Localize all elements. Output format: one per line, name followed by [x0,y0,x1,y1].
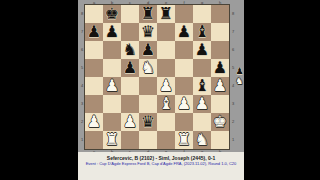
file-label-top-d: d [139,0,157,5]
event-line: Event : Cup D'Agde Express Ford B, Cap d… [78,161,244,166]
rank-label-left-3: 3 [79,95,85,113]
black-queen: ♛ [141,113,155,131]
square-e4[interactable]: ♟ [157,77,175,95]
black-pawn: ♟ [177,23,191,41]
rank-label-right-8: 8 [230,5,236,23]
square-a4[interactable] [85,77,103,95]
square-e1[interactable] [157,131,175,149]
square-c2[interactable]: ♟ [121,113,139,131]
black-pawn: ♟ [87,23,101,41]
white-pawn: ♟ [105,77,119,95]
square-b3[interactable] [103,95,121,113]
black-rook: ♜ [141,5,155,23]
square-h6[interactable] [211,41,229,59]
square-e8[interactable]: ♜ [157,5,175,23]
square-g8[interactable] [193,5,211,23]
white-knight: ♞ [195,131,209,149]
square-h7[interactable] [211,23,229,41]
square-g6[interactable]: ♟ [193,41,211,59]
square-h1[interactable] [211,131,229,149]
square-g7[interactable]: ♝ [193,23,211,41]
rank-label-left-6: 6 [79,41,85,59]
square-d7[interactable]: ♛ [139,23,157,41]
square-d1[interactable] [139,131,157,149]
square-b6[interactable] [103,41,121,59]
black-pawn: ♟ [195,41,209,59]
square-c3[interactable] [121,95,139,113]
black-pawn: ♟ [141,41,155,59]
square-e6[interactable] [157,41,175,59]
square-f2[interactable] [175,113,193,131]
square-f5[interactable] [175,59,193,77]
rank-label-right-3: 3 [230,95,236,113]
square-a1[interactable] [85,131,103,149]
square-d3[interactable] [139,95,157,113]
square-a5[interactable] [85,59,103,77]
square-g5[interactable] [193,59,211,77]
square-h5[interactable]: ♟ [211,59,229,77]
file-label-top-b: b [103,0,121,5]
square-h3[interactable] [211,95,229,113]
rank-label-left-4: 4 [79,77,85,95]
square-f1[interactable]: ♜ [175,131,193,149]
black-queen: ♛ [141,23,155,41]
rank-label-left-1: 1 [79,131,85,149]
file-label-top-c: c [121,0,139,5]
square-e7[interactable] [157,23,175,41]
letterbox-left [0,0,78,180]
square-b5[interactable] [103,59,121,77]
square-h4[interactable]: ♟ [211,77,229,95]
square-d6[interactable]: ♟ [139,41,157,59]
black-king: ♚ [105,5,119,23]
captured-pieces-tray: ♟ ♞ [234,66,245,90]
square-e5[interactable] [157,59,175,77]
black-pawn: ♟ [105,23,119,41]
square-c6[interactable]: ♞ [121,41,139,59]
rank-label-left-7: 7 [79,23,85,41]
square-f4[interactable] [175,77,193,95]
square-d5[interactable]: ♞ [139,59,157,77]
square-a3[interactable] [85,95,103,113]
file-label-top-f: f [175,0,193,5]
white-rook: ♜ [105,131,119,149]
rank-label-left-5: 5 [79,59,85,77]
white-pawn: ♟ [213,77,227,95]
square-g2[interactable] [193,113,211,131]
square-g1[interactable]: ♞ [193,131,211,149]
white-knight-icon: ♞ [235,76,243,86]
white-knight: ♞ [141,59,155,77]
white-pawn: ♟ [177,95,191,113]
square-c7[interactable] [121,23,139,41]
square-g4[interactable]: ♝ [193,77,211,95]
square-b4[interactable]: ♟ [103,77,121,95]
square-a8[interactable] [85,5,103,23]
white-pawn: ♟ [123,113,137,131]
square-a7[interactable]: ♟ [85,23,103,41]
square-c8[interactable] [121,5,139,23]
file-label-top-e: e [157,0,175,5]
white-pawn: ♟ [195,95,209,113]
rank-label-left-8: 8 [79,5,85,23]
square-b1[interactable]: ♜ [103,131,121,149]
square-c4[interactable] [121,77,139,95]
square-f7[interactable]: ♟ [175,23,193,41]
white-king: ♚ [213,113,227,131]
square-b7[interactable]: ♟ [103,23,121,41]
square-c5[interactable]: ♟ [121,59,139,77]
file-label-top-h: h [211,0,229,5]
square-g3[interactable]: ♟ [193,95,211,113]
square-d4[interactable] [139,77,157,95]
file-label-top-a: a [85,0,103,5]
file-label-top-g: g [193,0,211,5]
rank-label-right-2: 2 [230,113,236,131]
square-f3[interactable]: ♟ [175,95,193,113]
square-c1[interactable] [121,131,139,149]
black-pawn-icon: ♟ [235,66,243,76]
black-rook: ♜ [159,5,173,23]
chessboard: ♚♜♜♟♟♛♟♝♞♟♟♟♞♟♟♟♝♟♝♟♟♟♟♛♚♜♜♞ [85,5,229,149]
black-bishop: ♝ [195,23,209,41]
square-e3[interactable]: ♝ [157,95,175,113]
app-window: ♚♜♜♟♟♛♟♝♞♟♟♟♞♟♟♟♝♟♝♟♟♟♟♛♚♜♜♞ aabbccddeef… [0,0,320,180]
white-pawn: ♟ [159,77,173,95]
rank-label-right-6: 6 [230,41,236,59]
square-f6[interactable] [175,41,193,59]
white-bishop: ♝ [159,95,173,113]
square-a6[interactable] [85,41,103,59]
square-b2[interactable] [103,113,121,131]
square-a2[interactable]: ♟ [85,113,103,131]
square-f8[interactable] [175,5,193,23]
rank-label-right-1: 1 [230,131,236,149]
square-d8[interactable]: ♜ [139,5,157,23]
white-rook: ♜ [177,131,191,149]
square-b8[interactable]: ♚ [103,5,121,23]
square-d2[interactable]: ♛ [139,113,157,131]
square-h8[interactable] [211,5,229,23]
black-knight: ♞ [123,41,137,59]
game-caption: Sefercevic, B (2102) - Siml, Joseph (244… [78,152,244,180]
white-pawn: ♟ [87,113,101,131]
black-pawn: ♟ [213,59,227,77]
rank-label-left-2: 2 [79,113,85,131]
square-h2[interactable]: ♚ [211,113,229,131]
rank-label-right-7: 7 [230,23,236,41]
black-bishop: ♝ [195,77,209,95]
letterbox-right [244,0,320,180]
square-e2[interactable] [157,113,175,131]
black-pawn: ♟ [123,59,137,77]
